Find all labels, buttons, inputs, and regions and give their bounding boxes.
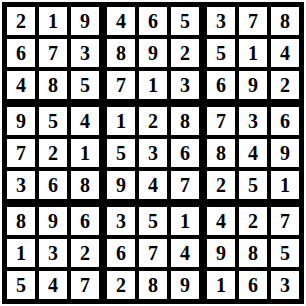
cell-r5c1[interactable]: 7 xyxy=(7,139,35,167)
cell-r5c6[interactable]: 6 xyxy=(171,139,199,167)
cell-r1c2[interactable]: 1 xyxy=(39,7,67,35)
cell-r9c3[interactable]: 7 xyxy=(71,271,99,299)
cell-r2c8[interactable]: 1 xyxy=(239,39,267,67)
cell-r7c8[interactable]: 2 xyxy=(239,207,267,235)
sudoku-board: 2196734854658927133785146929547213681285… xyxy=(0,0,306,306)
cell-r4c2[interactable]: 5 xyxy=(39,107,67,135)
cell-r1c4[interactable]: 4 xyxy=(107,7,135,35)
cell-r9c2[interactable]: 4 xyxy=(39,271,67,299)
cell-r3c5[interactable]: 1 xyxy=(139,71,167,99)
cell-r4c1[interactable]: 9 xyxy=(7,107,35,135)
box-4: 954721368 xyxy=(7,107,99,199)
cell-r4c5[interactable]: 2 xyxy=(139,107,167,135)
box-2: 465892713 xyxy=(107,7,199,99)
cell-r3c3[interactable]: 5 xyxy=(71,71,99,99)
cell-r6c6[interactable]: 7 xyxy=(171,171,199,199)
cell-r7c2[interactable]: 9 xyxy=(39,207,67,235)
cell-r5c2[interactable]: 2 xyxy=(39,139,67,167)
cell-r2c5[interactable]: 9 xyxy=(139,39,167,67)
cell-r2c7[interactable]: 5 xyxy=(207,39,235,67)
cell-r1c9[interactable]: 8 xyxy=(271,7,299,35)
cell-r6c7[interactable]: 2 xyxy=(207,171,235,199)
cell-r2c1[interactable]: 6 xyxy=(7,39,35,67)
cell-r5c8[interactable]: 4 xyxy=(239,139,267,167)
cell-r7c5[interactable]: 5 xyxy=(139,207,167,235)
cell-r2c3[interactable]: 3 xyxy=(71,39,99,67)
cell-r6c9[interactable]: 1 xyxy=(271,171,299,199)
box-5: 128536947 xyxy=(107,107,199,199)
cell-r4c4[interactable]: 1 xyxy=(107,107,135,135)
cell-r6c3[interactable]: 8 xyxy=(71,171,99,199)
cell-r6c8[interactable]: 5 xyxy=(239,171,267,199)
cell-r7c1[interactable]: 8 xyxy=(7,207,35,235)
cell-r6c2[interactable]: 6 xyxy=(39,171,67,199)
cell-r9c8[interactable]: 6 xyxy=(239,271,267,299)
cell-r7c3[interactable]: 6 xyxy=(71,207,99,235)
box-6: 736849251 xyxy=(207,107,299,199)
cell-r6c5[interactable]: 4 xyxy=(139,171,167,199)
cell-r4c9[interactable]: 6 xyxy=(271,107,299,135)
cell-r8c4[interactable]: 6 xyxy=(107,239,135,267)
cell-r8c3[interactable]: 2 xyxy=(71,239,99,267)
cell-r2c9[interactable]: 4 xyxy=(271,39,299,67)
box-8: 351674289 xyxy=(107,207,199,299)
cell-r9c6[interactable]: 9 xyxy=(171,271,199,299)
cell-r4c3[interactable]: 4 xyxy=(71,107,99,135)
cell-r4c6[interactable]: 8 xyxy=(171,107,199,135)
cell-r4c8[interactable]: 3 xyxy=(239,107,267,135)
cell-r3c9[interactable]: 2 xyxy=(271,71,299,99)
box-7: 896132547 xyxy=(7,207,99,299)
cell-r5c5[interactable]: 3 xyxy=(139,139,167,167)
cell-r8c7[interactable]: 9 xyxy=(207,239,235,267)
cell-r5c4[interactable]: 5 xyxy=(107,139,135,167)
box-3: 378514692 xyxy=(207,7,299,99)
cell-r9c5[interactable]: 8 xyxy=(139,271,167,299)
cell-r7c6[interactable]: 1 xyxy=(171,207,199,235)
cell-r3c1[interactable]: 4 xyxy=(7,71,35,99)
cell-r6c4[interactable]: 9 xyxy=(107,171,135,199)
cell-r6c1[interactable]: 3 xyxy=(7,171,35,199)
cell-r3c8[interactable]: 9 xyxy=(239,71,267,99)
cell-r3c2[interactable]: 8 xyxy=(39,71,67,99)
cell-r1c1[interactable]: 2 xyxy=(7,7,35,35)
cell-r3c4[interactable]: 7 xyxy=(107,71,135,99)
cell-r1c3[interactable]: 9 xyxy=(71,7,99,35)
cell-r1c8[interactable]: 7 xyxy=(239,7,267,35)
cell-r7c7[interactable]: 4 xyxy=(207,207,235,235)
cell-r8c1[interactable]: 1 xyxy=(7,239,35,267)
cell-r2c4[interactable]: 8 xyxy=(107,39,135,67)
cell-r1c6[interactable]: 5 xyxy=(171,7,199,35)
cell-r9c4[interactable]: 2 xyxy=(107,271,135,299)
cell-r8c8[interactable]: 8 xyxy=(239,239,267,267)
cell-r7c4[interactable]: 3 xyxy=(107,207,135,235)
cell-r5c7[interactable]: 8 xyxy=(207,139,235,167)
cell-r9c9[interactable]: 3 xyxy=(271,271,299,299)
cell-r2c2[interactable]: 7 xyxy=(39,39,67,67)
cell-r9c1[interactable]: 5 xyxy=(7,271,35,299)
cell-r1c5[interactable]: 6 xyxy=(139,7,167,35)
cell-r9c7[interactable]: 1 xyxy=(207,271,235,299)
cell-r7c9[interactable]: 7 xyxy=(271,207,299,235)
cell-r2c6[interactable]: 2 xyxy=(171,39,199,67)
box-9: 427985163 xyxy=(207,207,299,299)
cell-r5c3[interactable]: 1 xyxy=(71,139,99,167)
cell-r3c7[interactable]: 6 xyxy=(207,71,235,99)
box-1: 219673485 xyxy=(7,7,99,99)
cell-r8c5[interactable]: 7 xyxy=(139,239,167,267)
cell-r1c7[interactable]: 3 xyxy=(207,7,235,35)
cell-r3c6[interactable]: 3 xyxy=(171,71,199,99)
cell-r4c7[interactable]: 7 xyxy=(207,107,235,135)
cell-r5c9[interactable]: 9 xyxy=(271,139,299,167)
cell-r8c9[interactable]: 5 xyxy=(271,239,299,267)
cell-r8c2[interactable]: 3 xyxy=(39,239,67,267)
cell-r8c6[interactable]: 4 xyxy=(171,239,199,267)
